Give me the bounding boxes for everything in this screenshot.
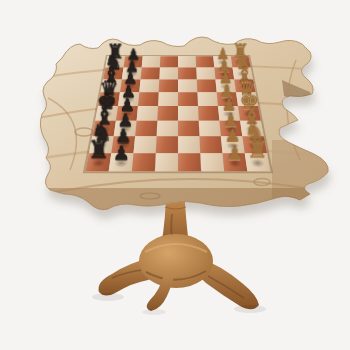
board-square[interactable] xyxy=(178,92,198,106)
piece-black-pawn[interactable]: ♟ xyxy=(110,144,133,162)
board-square[interactable] xyxy=(159,67,178,79)
board-square[interactable] xyxy=(196,56,215,67)
board-square[interactable] xyxy=(178,121,199,137)
board-square[interactable] xyxy=(178,67,197,79)
board-square[interactable]: ♟ xyxy=(222,153,247,171)
board-square[interactable] xyxy=(199,136,222,153)
board-square[interactable] xyxy=(135,121,157,137)
board-square[interactable] xyxy=(158,92,178,106)
piece-natural-rook[interactable]: ♜ xyxy=(246,138,269,162)
piece-natural-pawn[interactable]: ♟ xyxy=(223,144,246,162)
board-square[interactable] xyxy=(178,80,197,93)
board-square[interactable]: ♟ xyxy=(109,153,134,171)
board-square[interactable] xyxy=(157,121,178,137)
board-square[interactable] xyxy=(200,153,224,171)
board-square[interactable] xyxy=(157,106,178,121)
board-square[interactable] xyxy=(197,80,217,93)
board-square[interactable] xyxy=(178,153,201,171)
board-square[interactable] xyxy=(197,92,218,106)
board-square[interactable] xyxy=(137,106,158,121)
piece-black-rook[interactable]: ♜ xyxy=(87,138,110,162)
board-square[interactable] xyxy=(156,136,178,153)
board-square[interactable] xyxy=(198,106,219,121)
board-square[interactable] xyxy=(160,56,178,67)
board-square[interactable] xyxy=(134,136,157,153)
board-square[interactable] xyxy=(178,136,200,153)
board-square[interactable] xyxy=(142,56,161,67)
board-square[interactable] xyxy=(178,56,196,67)
board-square[interactable]: ♜ xyxy=(245,153,271,171)
board-square[interactable] xyxy=(199,121,221,137)
board-square[interactable] xyxy=(132,153,156,171)
board-square[interactable] xyxy=(178,106,199,121)
product-photo: ♜♟♟♜♞♟♟♞♝♟♟♝♛♟♟♛♚♟♟♚♝♟♟♝♞♟♟♞♜♟♟♜ xyxy=(0,0,350,350)
board-square[interactable]: ♜ xyxy=(86,153,112,171)
board-square[interactable] xyxy=(141,67,160,79)
board-square[interactable] xyxy=(139,80,159,93)
chess-board: ♜♟♟♜♞♟♟♞♝♟♟♝♛♟♟♛♚♟♟♚♝♟♟♝♞♟♟♞♜♟♟♜ xyxy=(86,56,271,171)
board-square[interactable] xyxy=(138,92,159,106)
board-square[interactable] xyxy=(155,153,178,171)
board-square[interactable] xyxy=(159,80,178,93)
board-scene: ♜♟♟♜♞♟♟♞♝♟♟♝♛♟♟♛♚♟♟♚♝♟♟♝♞♟♟♞♜♟♟♜ xyxy=(0,0,350,350)
board-square[interactable] xyxy=(196,67,215,79)
